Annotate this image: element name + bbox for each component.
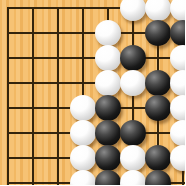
empty-intersection[interactable] — [146, 46, 171, 71]
empty-intersection[interactable] — [21, 171, 46, 186]
empty-intersection[interactable] — [46, 0, 71, 21]
empty-intersection[interactable] — [46, 71, 71, 96]
empty-intersection[interactable] — [0, 21, 21, 46]
white-stone — [170, 70, 185, 96]
white-stone — [70, 170, 96, 185]
white-stone — [170, 45, 185, 71]
empty-intersection[interactable] — [0, 146, 21, 171]
white-stone — [145, 0, 171, 21]
empty-intersection[interactable] — [121, 21, 146, 46]
black-stone — [95, 120, 121, 146]
empty-intersection[interactable] — [46, 171, 71, 186]
white-stone — [120, 0, 146, 21]
white-stone — [70, 145, 96, 171]
white-stone — [170, 120, 185, 146]
white-stone — [70, 120, 96, 146]
go-board[interactable] — [0, 0, 185, 185]
white-stone — [120, 145, 146, 171]
empty-intersection[interactable] — [0, 0, 21, 21]
black-stone — [95, 145, 121, 171]
empty-intersection[interactable] — [46, 146, 71, 171]
empty-intersection[interactable] — [71, 46, 96, 71]
black-stone — [145, 70, 171, 96]
empty-intersection[interactable] — [71, 0, 96, 21]
empty-intersection[interactable] — [46, 46, 71, 71]
white-stone — [95, 70, 121, 96]
black-stone — [120, 45, 146, 71]
black-stone — [145, 170, 171, 185]
white-stone — [170, 145, 185, 171]
empty-intersection[interactable] — [21, 96, 46, 121]
white-stone — [170, 0, 185, 21]
empty-intersection[interactable] — [21, 146, 46, 171]
empty-intersection[interactable] — [0, 71, 21, 96]
black-stone — [170, 20, 185, 46]
empty-intersection[interactable] — [46, 121, 71, 146]
empty-intersection[interactable] — [146, 121, 171, 146]
black-stone — [95, 95, 121, 121]
empty-intersection[interactable] — [21, 71, 46, 96]
empty-intersection[interactable] — [0, 121, 21, 146]
empty-intersection[interactable] — [21, 21, 46, 46]
empty-intersection[interactable] — [0, 46, 21, 71]
empty-intersection[interactable] — [71, 21, 96, 46]
empty-intersection[interactable] — [46, 96, 71, 121]
black-stone — [95, 170, 121, 185]
white-stone — [95, 20, 121, 46]
white-stone — [120, 70, 146, 96]
black-stone — [145, 145, 171, 171]
empty-intersection[interactable] — [71, 71, 96, 96]
white-stone — [70, 95, 96, 121]
go-board-screenshot — [0, 0, 185, 185]
empty-intersection[interactable] — [21, 121, 46, 146]
empty-intersection[interactable] — [171, 171, 186, 186]
empty-intersection[interactable] — [0, 171, 21, 186]
empty-intersection[interactable] — [46, 21, 71, 46]
white-stone — [170, 95, 185, 121]
empty-intersection[interactable] — [21, 0, 46, 21]
empty-intersection[interactable] — [21, 46, 46, 71]
black-stone — [145, 20, 171, 46]
black-stone — [120, 120, 146, 146]
black-stone — [145, 95, 171, 121]
white-stone — [95, 45, 121, 71]
empty-intersection[interactable] — [0, 96, 21, 121]
empty-intersection[interactable] — [96, 0, 121, 21]
empty-intersection[interactable] — [121, 96, 146, 121]
white-stone — [120, 170, 146, 185]
